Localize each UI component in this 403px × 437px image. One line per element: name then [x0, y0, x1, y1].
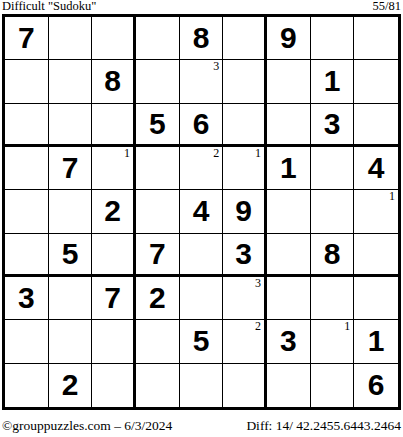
cell-value: 9	[280, 23, 297, 53]
cell-value: 7	[149, 239, 166, 269]
cell-r8c1[interactable]	[5, 320, 49, 363]
cell-r6c5[interactable]	[180, 234, 224, 277]
cell-value: 5	[62, 239, 79, 269]
cell-r9c3[interactable]	[92, 364, 136, 407]
cell-r8c6[interactable]: 2	[223, 320, 267, 363]
cell-r9c4[interactable]	[136, 364, 180, 407]
pencil-mark: 2	[213, 147, 219, 160]
cell-r3c7[interactable]	[267, 104, 311, 147]
header: Difficult "Sudoku" 55/81	[0, 0, 403, 14]
cell-r4c7[interactable]: 1	[267, 147, 311, 190]
puzzle-title: Difficult "Sudoku"	[2, 0, 96, 13]
cell-r8c8[interactable]: 1	[311, 320, 355, 363]
cell-value: 4	[193, 196, 210, 226]
pencil-mark: 3	[213, 60, 219, 73]
cell-r4c2[interactable]: 7	[49, 147, 93, 190]
cell-r4c6[interactable]: 1	[223, 147, 267, 190]
cell-r3c6[interactable]	[223, 104, 267, 147]
pencil-mark: 2	[255, 320, 261, 333]
cell-value: 5	[149, 109, 166, 139]
cell-r4c3[interactable]: 1	[92, 147, 136, 190]
cell-r5c4[interactable]	[136, 190, 180, 233]
cell-value: 8	[104, 66, 121, 96]
cell-r3c8[interactable]: 3	[311, 104, 355, 147]
cell-value: 3	[235, 239, 252, 269]
cell-value: 8	[324, 239, 341, 269]
cell-r6c7[interactable]	[267, 234, 311, 277]
cell-r4c9[interactable]: 4	[354, 147, 398, 190]
cell-r8c3[interactable]	[92, 320, 136, 363]
cell-value: 5	[193, 326, 210, 356]
cell-value: 1	[368, 326, 385, 356]
cell-r7c1[interactable]: 3	[5, 277, 49, 320]
pencil-mark: 1	[124, 147, 130, 160]
cell-r1c6[interactable]	[223, 17, 267, 60]
cell-r1c4[interactable]	[136, 17, 180, 60]
cell-r3c4[interactable]: 5	[136, 104, 180, 147]
cell-r4c4[interactable]	[136, 147, 180, 190]
cell-r6c1[interactable]	[5, 234, 49, 277]
cell-r6c4[interactable]: 7	[136, 234, 180, 277]
cell-r2c7[interactable]	[267, 60, 311, 103]
cell-value: 4	[368, 153, 385, 183]
cell-r5c8[interactable]	[311, 190, 355, 233]
cell-r2c3[interactable]: 8	[92, 60, 136, 103]
cell-r2c9[interactable]	[354, 60, 398, 103]
cell-r1c7[interactable]: 9	[267, 17, 311, 60]
cell-value: 7	[104, 283, 121, 313]
cell-r6c6[interactable]: 3	[223, 234, 267, 277]
cell-r5c9[interactable]: 1	[354, 190, 398, 233]
cell-r7c9[interactable]	[354, 277, 398, 320]
cell-r2c2[interactable]	[49, 60, 93, 103]
cell-r9c2[interactable]: 2	[49, 364, 93, 407]
cell-r7c7[interactable]	[267, 277, 311, 320]
cell-r6c2[interactable]: 5	[49, 234, 93, 277]
cell-r1c1[interactable]: 7	[5, 17, 49, 60]
cell-r2c8[interactable]: 1	[311, 60, 355, 103]
cell-r5c3[interactable]: 2	[92, 190, 136, 233]
cell-r5c5[interactable]: 4	[180, 190, 224, 233]
cell-r7c6[interactable]: 3	[223, 277, 267, 320]
pencil-mark: 1	[255, 147, 261, 160]
pencil-mark: 1	[344, 320, 350, 333]
cell-value: 7	[18, 23, 35, 53]
sudoku-board: 7898315637121142491573837235231126	[2, 14, 401, 410]
footer: ©grouppuzzles.com – 6/3/2024 Diff: 14/ 4…	[0, 410, 403, 433]
cell-value: 3	[18, 283, 35, 313]
cell-r6c3[interactable]	[92, 234, 136, 277]
cell-value: 6	[193, 109, 210, 139]
cell-r8c2[interactable]	[49, 320, 93, 363]
cell-value: 2	[104, 196, 121, 226]
cell-r5c7[interactable]	[267, 190, 311, 233]
difficulty-code: Diff: 14/ 42.2455.6443.2464	[246, 418, 401, 433]
cell-r1c5[interactable]: 8	[180, 17, 224, 60]
cell-value: 7	[62, 153, 79, 183]
cell-r3c1[interactable]	[5, 104, 49, 147]
empty-cell-counter: 55/81	[373, 0, 401, 13]
cell-r9c7[interactable]	[267, 364, 311, 407]
cell-r7c3[interactable]: 7	[92, 277, 136, 320]
cell-r3c2[interactable]	[49, 104, 93, 147]
cell-value: 9	[235, 196, 252, 226]
cell-r2c4[interactable]	[136, 60, 180, 103]
cell-r1c9[interactable]	[354, 17, 398, 60]
cell-r9c9[interactable]: 6	[354, 364, 398, 407]
cell-r2c5[interactable]: 3	[180, 60, 224, 103]
cell-r7c8[interactable]	[311, 277, 355, 320]
cell-r3c5[interactable]: 6	[180, 104, 224, 147]
cell-r6c9[interactable]	[354, 234, 398, 277]
pencil-mark: 1	[389, 190, 395, 203]
cell-value: 8	[193, 23, 210, 53]
cell-value: 1	[324, 66, 341, 96]
cell-r9c5[interactable]	[180, 364, 224, 407]
cell-value: 3	[280, 326, 297, 356]
cell-r8c7[interactable]: 3	[267, 320, 311, 363]
cell-r9c8[interactable]	[311, 364, 355, 407]
cell-r2c6[interactable]	[223, 60, 267, 103]
cell-r2c1[interactable]	[5, 60, 49, 103]
cell-r3c9[interactable]	[354, 104, 398, 147]
cell-r5c1[interactable]	[5, 190, 49, 233]
cell-r5c2[interactable]	[49, 190, 93, 233]
cell-r8c4[interactable]	[136, 320, 180, 363]
cell-r9c6[interactable]	[223, 364, 267, 407]
sudoku-page: Difficult "Sudoku" 55/81 789831563712114…	[0, 0, 403, 437]
cell-value: 2	[62, 370, 79, 400]
cell-value: 2	[149, 283, 166, 313]
cell-r9c1[interactable]	[5, 364, 49, 407]
cell-r3c3[interactable]	[92, 104, 136, 147]
cell-r5c6[interactable]: 9	[223, 190, 267, 233]
copyright-date: ©grouppuzzles.com – 6/3/2024	[2, 418, 172, 433]
cell-value: 6	[368, 370, 385, 400]
cell-r1c8[interactable]	[311, 17, 355, 60]
cell-r7c4[interactable]: 2	[136, 277, 180, 320]
cell-r4c1[interactable]	[5, 147, 49, 190]
cell-r8c9[interactable]: 1	[354, 320, 398, 363]
cell-r1c3[interactable]	[92, 17, 136, 60]
cell-r4c8[interactable]	[311, 147, 355, 190]
cell-value: 3	[324, 109, 341, 139]
cell-r1c2[interactable]	[49, 17, 93, 60]
cell-r7c5[interactable]	[180, 277, 224, 320]
cell-r4c5[interactable]: 2	[180, 147, 224, 190]
cell-r6c8[interactable]: 8	[311, 234, 355, 277]
cell-r7c2[interactable]	[49, 277, 93, 320]
cell-value: 1	[280, 153, 297, 183]
cell-r8c5[interactable]: 5	[180, 320, 224, 363]
pencil-mark: 3	[255, 277, 261, 290]
